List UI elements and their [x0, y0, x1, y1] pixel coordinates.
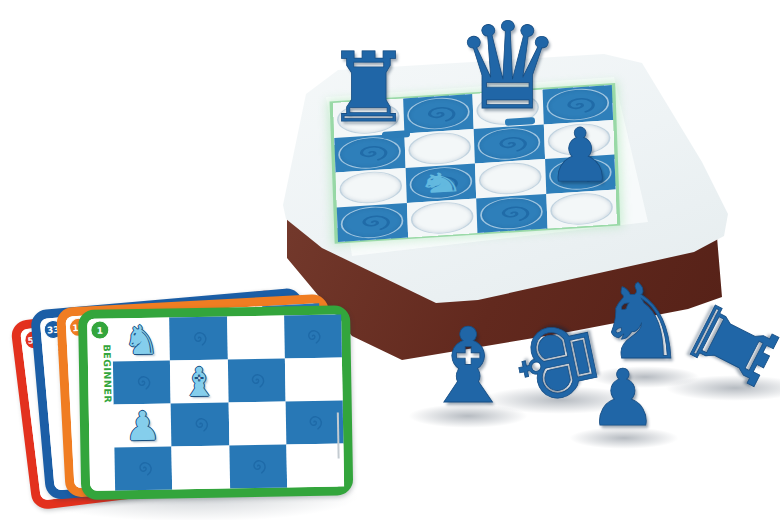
card-square	[285, 400, 343, 444]
spiral-icon	[298, 410, 330, 435]
card-square: ♞	[112, 317, 170, 361]
card-board: ♞♝♟	[112, 314, 344, 490]
card-square	[227, 315, 285, 359]
spiral-icon	[345, 207, 399, 237]
board-piece-rook[interactable]: ♜	[320, 40, 416, 136]
card-piece-knight-icon: ♞	[112, 317, 170, 361]
board-square-r4c2[interactable]	[406, 198, 477, 237]
piece-recess	[478, 161, 542, 196]
card-square: ♝	[170, 359, 228, 403]
challenge-card-beginner[interactable]: BEGINNER1♞♝♟	[78, 305, 353, 500]
card-square	[172, 445, 230, 489]
spiral-icon	[485, 198, 539, 228]
board-square-r4c3[interactable]	[476, 194, 547, 233]
piece-recess	[410, 200, 474, 235]
card-square	[227, 358, 285, 402]
board-piece-pawn[interactable]: ♟	[543, 118, 617, 192]
spiral-icon	[297, 324, 329, 349]
spiral-icon	[127, 456, 159, 481]
card-square	[285, 357, 343, 401]
card-piece-bishop-icon: ♝	[170, 359, 228, 403]
product-photo-scene: ♞ ♜♛♟♝♚♞♟♜EXPERT59ADVANCED33INTERMEDIATE…	[0, 0, 780, 520]
board-square-r3c1[interactable]	[336, 168, 407, 207]
card-square	[169, 316, 227, 360]
spiral-icon	[184, 412, 216, 437]
card-square	[228, 401, 286, 445]
card-square	[286, 443, 344, 487]
card-square: ♟	[114, 403, 172, 447]
printed-knight-icon: ♞	[405, 163, 476, 202]
card-square	[171, 402, 229, 446]
loose-piece-pawn[interactable]: ♟	[584, 359, 662, 437]
board-square-r3c3[interactable]	[475, 159, 546, 198]
piece-recess	[339, 170, 403, 205]
board-piece-queen[interactable]: ♛	[448, 7, 568, 127]
spiral-icon	[242, 454, 274, 479]
board-square-r3c2[interactable]: ♞	[405, 163, 476, 202]
board-square-r4c1[interactable]	[337, 203, 408, 242]
card-square	[113, 360, 171, 404]
card-square	[284, 314, 342, 358]
card-level-label: BEGINNER	[88, 344, 115, 486]
card-label-strip: BEGINNER	[87, 318, 115, 490]
spiral-icon	[240, 368, 272, 393]
spiral-icon	[182, 326, 214, 351]
card-square	[229, 444, 287, 488]
card-piece-pawn-icon: ♟	[114, 403, 172, 447]
spiral-icon	[126, 370, 158, 395]
card-square	[114, 446, 172, 490]
